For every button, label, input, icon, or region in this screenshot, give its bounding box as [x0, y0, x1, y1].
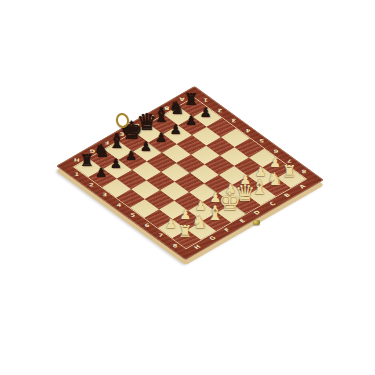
brass-latch-icon [253, 220, 260, 225]
chess-board: 1234567812345678ABCDEFGHABCDEFGH ♜♟♟♜♞♟♟… [56, 86, 324, 260]
product-photo: 1234567812345678ABCDEFGHABCDEFGH ♜♟♟♜♞♟♟… [0, 0, 375, 375]
piece-dark-pawn: ♟ [79, 166, 123, 179]
piece-light-rook: ♜ [163, 224, 207, 240]
